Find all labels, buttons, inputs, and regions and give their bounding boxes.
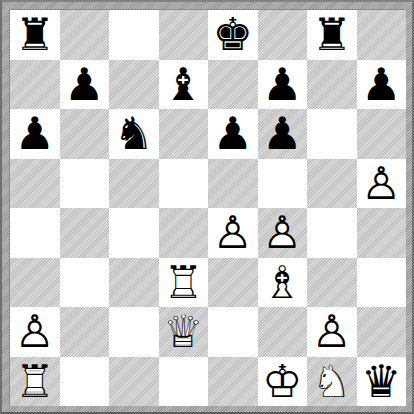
square-g6[interactable] bbox=[307, 109, 357, 159]
square-g8[interactable]: ♜ bbox=[307, 10, 357, 60]
piece-white-bishop-fill: ♝ bbox=[258, 258, 308, 308]
piece-white-pawn[interactable]: ♙ bbox=[357, 159, 407, 209]
piece-white-knight-fill: ♞ bbox=[307, 357, 357, 407]
square-b1[interactable] bbox=[60, 357, 110, 407]
square-b3[interactable] bbox=[60, 258, 110, 308]
piece-white-pawn-fill: ♟ bbox=[357, 159, 407, 209]
square-c1[interactable] bbox=[109, 357, 159, 407]
square-e1[interactable] bbox=[208, 357, 258, 407]
square-b7[interactable]: ♟ bbox=[60, 60, 110, 110]
square-d3[interactable]: ♜♖ bbox=[159, 258, 209, 308]
square-f2[interactable] bbox=[258, 307, 308, 357]
square-a5[interactable] bbox=[10, 159, 60, 209]
square-a2[interactable]: ♟♙ bbox=[10, 307, 60, 357]
piece-white-pawn[interactable]: ♙ bbox=[258, 208, 308, 258]
piece-white-king-fill: ♚ bbox=[258, 357, 308, 407]
square-a4[interactable] bbox=[10, 208, 60, 258]
square-h7[interactable]: ♟ bbox=[357, 60, 407, 110]
square-d8[interactable] bbox=[159, 10, 209, 60]
piece-white-pawn-fill: ♟ bbox=[208, 208, 258, 258]
square-a6[interactable]: ♟ bbox=[10, 109, 60, 159]
piece-white-rook-fill: ♜ bbox=[159, 258, 209, 308]
piece-black-queen[interactable]: ♛ bbox=[357, 357, 407, 407]
piece-black-rook[interactable]: ♜ bbox=[307, 10, 357, 60]
square-c4[interactable] bbox=[109, 208, 159, 258]
piece-white-bishop[interactable]: ♗ bbox=[258, 258, 308, 308]
chess-board-frame: ♜♚♜♟♝♟♟♟♞♟♟♟♙♟♙♟♙♜♖♝♗♟♙♛♕♟♙♜♖♚♔♞♘♛ bbox=[0, 0, 414, 414]
square-b2[interactable] bbox=[60, 307, 110, 357]
piece-white-knight[interactable]: ♘ bbox=[307, 357, 357, 407]
square-e5[interactable] bbox=[208, 159, 258, 209]
square-b8[interactable] bbox=[60, 10, 110, 60]
piece-white-rook-fill: ♜ bbox=[10, 357, 60, 407]
square-c2[interactable] bbox=[109, 307, 159, 357]
piece-black-bishop[interactable]: ♝ bbox=[159, 60, 209, 110]
square-h3[interactable] bbox=[357, 258, 407, 308]
square-f4[interactable]: ♟♙ bbox=[258, 208, 308, 258]
piece-white-pawn-fill: ♟ bbox=[10, 307, 60, 357]
square-h1[interactable]: ♛ bbox=[357, 357, 407, 407]
piece-white-pawn[interactable]: ♙ bbox=[208, 208, 258, 258]
piece-white-queen[interactable]: ♕ bbox=[159, 307, 209, 357]
piece-black-pawn[interactable]: ♟ bbox=[208, 109, 258, 159]
square-c6[interactable]: ♞ bbox=[109, 109, 159, 159]
square-h4[interactable] bbox=[357, 208, 407, 258]
square-g5[interactable] bbox=[307, 159, 357, 209]
square-d2[interactable]: ♛♕ bbox=[159, 307, 209, 357]
piece-black-knight[interactable]: ♞ bbox=[109, 109, 159, 159]
piece-white-queen-fill: ♛ bbox=[159, 307, 209, 357]
piece-white-rook[interactable]: ♖ bbox=[159, 258, 209, 308]
square-e2[interactable] bbox=[208, 307, 258, 357]
square-a1[interactable]: ♜♖ bbox=[10, 357, 60, 407]
piece-white-pawn-fill: ♟ bbox=[258, 208, 308, 258]
piece-black-pawn[interactable]: ♟ bbox=[60, 60, 110, 110]
piece-white-king[interactable]: ♔ bbox=[258, 357, 308, 407]
square-f6[interactable]: ♟ bbox=[258, 109, 308, 159]
square-g3[interactable] bbox=[307, 258, 357, 308]
square-g7[interactable] bbox=[307, 60, 357, 110]
square-e4[interactable]: ♟♙ bbox=[208, 208, 258, 258]
square-a7[interactable] bbox=[10, 60, 60, 110]
piece-white-pawn[interactable]: ♙ bbox=[10, 307, 60, 357]
square-g1[interactable]: ♞♘ bbox=[307, 357, 357, 407]
square-b6[interactable] bbox=[60, 109, 110, 159]
square-d7[interactable]: ♝ bbox=[159, 60, 209, 110]
square-a8[interactable]: ♜ bbox=[10, 10, 60, 60]
square-g2[interactable]: ♟♙ bbox=[307, 307, 357, 357]
square-c7[interactable] bbox=[109, 60, 159, 110]
square-f1[interactable]: ♚♔ bbox=[258, 357, 308, 407]
square-b4[interactable] bbox=[60, 208, 110, 258]
square-f3[interactable]: ♝♗ bbox=[258, 258, 308, 308]
square-h6[interactable] bbox=[357, 109, 407, 159]
square-f7[interactable]: ♟ bbox=[258, 60, 308, 110]
piece-black-pawn[interactable]: ♟ bbox=[258, 60, 308, 110]
square-f8[interactable] bbox=[258, 10, 308, 60]
square-e8[interactable]: ♚ bbox=[208, 10, 258, 60]
square-d1[interactable] bbox=[159, 357, 209, 407]
piece-black-pawn[interactable]: ♟ bbox=[10, 109, 60, 159]
square-f5[interactable] bbox=[258, 159, 308, 209]
square-c3[interactable] bbox=[109, 258, 159, 308]
piece-black-pawn[interactable]: ♟ bbox=[357, 60, 407, 110]
piece-black-pawn[interactable]: ♟ bbox=[258, 109, 308, 159]
chess-board: ♜♚♜♟♝♟♟♟♞♟♟♟♙♟♙♟♙♜♖♝♗♟♙♛♕♟♙♜♖♚♔♞♘♛ bbox=[9, 9, 405, 405]
square-h2[interactable] bbox=[357, 307, 407, 357]
piece-black-king[interactable]: ♚ bbox=[208, 10, 258, 60]
piece-white-pawn[interactable]: ♙ bbox=[307, 307, 357, 357]
square-e7[interactable] bbox=[208, 60, 258, 110]
piece-white-pawn-fill: ♟ bbox=[307, 307, 357, 357]
square-e3[interactable] bbox=[208, 258, 258, 308]
square-a3[interactable] bbox=[10, 258, 60, 308]
square-h8[interactable] bbox=[357, 10, 407, 60]
square-d4[interactable] bbox=[159, 208, 209, 258]
piece-black-rook[interactable]: ♜ bbox=[10, 10, 60, 60]
square-c5[interactable] bbox=[109, 159, 159, 209]
square-g4[interactable] bbox=[307, 208, 357, 258]
square-d6[interactable] bbox=[159, 109, 209, 159]
square-d5[interactable] bbox=[159, 159, 209, 209]
square-b5[interactable] bbox=[60, 159, 110, 209]
piece-white-rook[interactable]: ♖ bbox=[10, 357, 60, 407]
square-c8[interactable] bbox=[109, 10, 159, 60]
square-e6[interactable]: ♟ bbox=[208, 109, 258, 159]
square-h5[interactable]: ♟♙ bbox=[357, 159, 407, 209]
